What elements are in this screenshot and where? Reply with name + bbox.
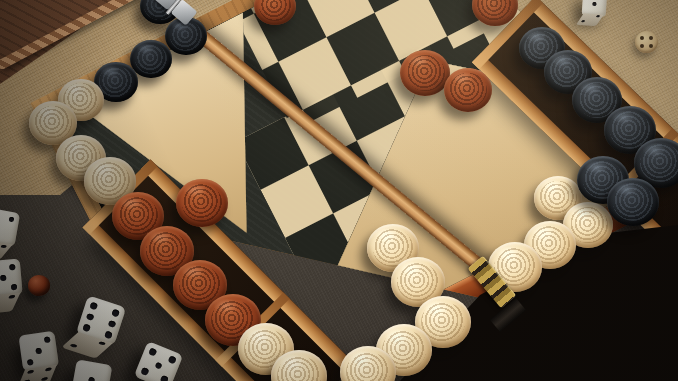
die[interactable] — [0, 259, 24, 316]
die[interactable] — [18, 331, 61, 381]
die[interactable] — [70, 295, 127, 364]
checker-brown[interactable] — [472, 0, 518, 26]
checker-black[interactable] — [130, 40, 172, 79]
checker-black[interactable] — [607, 178, 659, 226]
backgammon-photo-scene — [0, 0, 678, 381]
die-front-face — [576, 13, 604, 26]
pieces-layer — [0, 0, 678, 381]
shirt-button — [635, 31, 658, 53]
die-top-face — [0, 207, 20, 246]
die-front-face — [0, 293, 21, 315]
checker-brown[interactable] — [444, 68, 492, 112]
wooden-bead — [28, 275, 50, 296]
die[interactable] — [127, 341, 184, 381]
checker-brown[interactable] — [176, 179, 228, 227]
die-top-face — [134, 341, 183, 381]
die[interactable] — [581, 0, 607, 29]
checker-brown[interactable] — [254, 0, 296, 25]
checker-brown[interactable] — [400, 50, 450, 96]
die[interactable] — [0, 207, 20, 263]
